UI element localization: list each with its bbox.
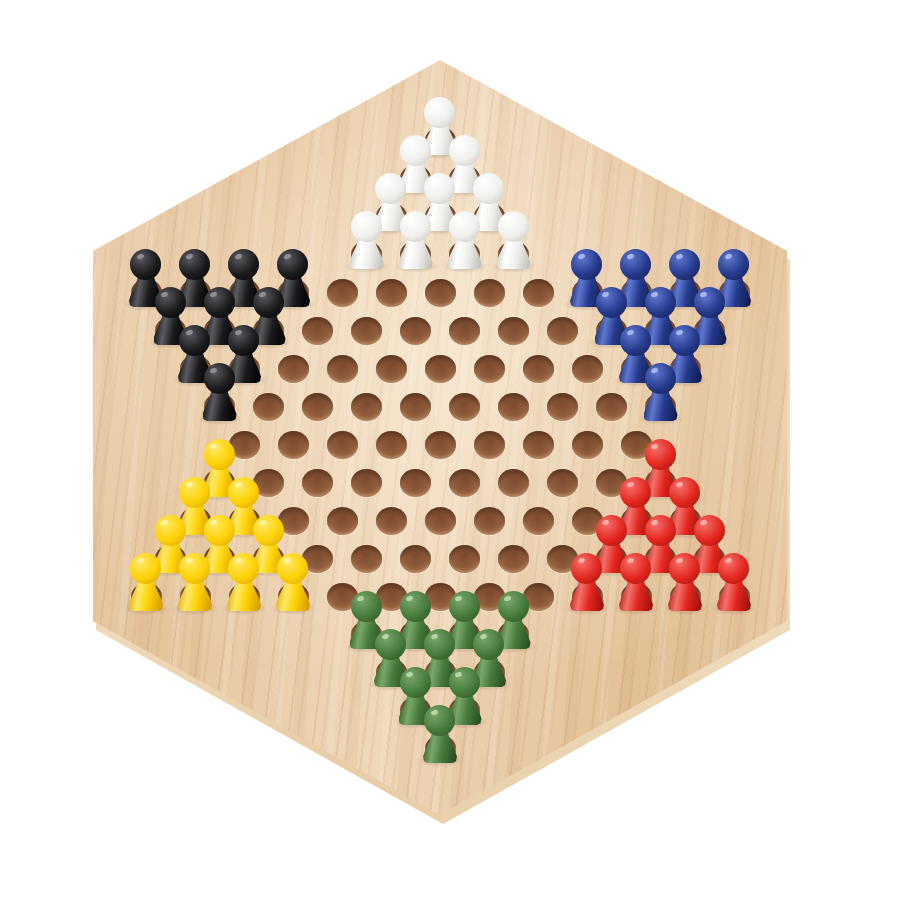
peg-head xyxy=(473,629,504,660)
board-hole[interactable] xyxy=(547,317,578,345)
peg-head xyxy=(179,477,210,508)
peg-red[interactable] xyxy=(716,553,752,611)
peg-white[interactable] xyxy=(398,211,434,269)
board-hole[interactable] xyxy=(498,545,529,573)
board-hole[interactable] xyxy=(302,469,333,497)
board-hole[interactable] xyxy=(400,469,431,497)
board-hole[interactable] xyxy=(400,317,431,345)
board-hole[interactable] xyxy=(376,279,407,307)
board-hole[interactable] xyxy=(253,393,284,421)
board-hole[interactable] xyxy=(351,469,382,497)
peg-head xyxy=(400,211,431,242)
peg-head xyxy=(424,97,455,128)
peg-head xyxy=(155,287,186,318)
board-hole[interactable] xyxy=(302,393,333,421)
peg-head xyxy=(424,629,455,660)
board-hole[interactable] xyxy=(376,507,407,535)
peg-head xyxy=(228,249,259,280)
board-hole[interactable] xyxy=(278,431,309,459)
board-hole[interactable] xyxy=(498,469,529,497)
board-hole[interactable] xyxy=(400,545,431,573)
peg-head xyxy=(400,591,431,622)
peg-head xyxy=(179,553,210,584)
peg-head xyxy=(351,211,382,242)
board-hole[interactable] xyxy=(400,393,431,421)
board-hole[interactable] xyxy=(547,393,578,421)
peg-head xyxy=(204,439,235,470)
peg-head xyxy=(449,211,480,242)
board-hole[interactable] xyxy=(596,393,627,421)
board-hole[interactable] xyxy=(523,355,554,383)
peg-head xyxy=(669,325,700,356)
peg-head xyxy=(498,591,529,622)
board-hole[interactable] xyxy=(327,507,358,535)
board-hole[interactable] xyxy=(302,317,333,345)
peg-head xyxy=(130,249,161,280)
board-hole[interactable] xyxy=(278,355,309,383)
board-hole[interactable] xyxy=(327,431,358,459)
board-hole[interactable] xyxy=(376,355,407,383)
peg-head xyxy=(449,667,480,698)
board-hole[interactable] xyxy=(474,507,505,535)
peg-red[interactable] xyxy=(618,553,654,611)
board-hole[interactable] xyxy=(449,545,480,573)
board-hole[interactable] xyxy=(523,431,554,459)
peg-head xyxy=(694,287,725,318)
peg-head xyxy=(620,325,651,356)
board-hole[interactable] xyxy=(572,355,603,383)
peg-head xyxy=(179,249,210,280)
peg-head xyxy=(645,363,676,394)
board-hole[interactable] xyxy=(425,431,456,459)
peg-head xyxy=(645,287,676,318)
board-hole[interactable] xyxy=(449,317,480,345)
peg-head xyxy=(253,287,284,318)
board-hole[interactable] xyxy=(425,507,456,535)
peg-head xyxy=(204,287,235,318)
peg-head xyxy=(375,173,406,204)
board-hole[interactable] xyxy=(351,393,382,421)
peg-head xyxy=(228,477,259,508)
peg-head xyxy=(351,591,382,622)
board-hole[interactable] xyxy=(474,355,505,383)
board-hole[interactable] xyxy=(327,279,358,307)
peg-head xyxy=(669,477,700,508)
peg-yellow[interactable] xyxy=(275,553,311,611)
peg-green[interactable] xyxy=(422,705,458,763)
peg-head xyxy=(620,249,651,280)
peg-head xyxy=(424,173,455,204)
peg-head xyxy=(228,553,259,584)
peg-head xyxy=(204,363,235,394)
board-hole[interactable] xyxy=(327,355,358,383)
peg-head xyxy=(694,515,725,546)
peg-head xyxy=(669,249,700,280)
board-hole[interactable] xyxy=(425,279,456,307)
peg-head xyxy=(277,249,308,280)
board-hole[interactable] xyxy=(498,317,529,345)
board-hole[interactable] xyxy=(523,507,554,535)
board-hole[interactable] xyxy=(449,393,480,421)
peg-head xyxy=(596,515,627,546)
peg-head xyxy=(596,287,627,318)
peg-white[interactable] xyxy=(349,211,385,269)
peg-head xyxy=(645,515,676,546)
board-hole[interactable] xyxy=(572,431,603,459)
board-hole[interactable] xyxy=(376,431,407,459)
peg-head xyxy=(669,553,700,584)
peg-red[interactable] xyxy=(569,553,605,611)
peg-head xyxy=(400,135,431,166)
peg-yellow[interactable] xyxy=(226,553,262,611)
board-hole[interactable] xyxy=(351,545,382,573)
peg-white[interactable] xyxy=(496,211,532,269)
peg-head xyxy=(620,553,651,584)
peg-head xyxy=(718,249,749,280)
peg-yellow[interactable] xyxy=(177,553,213,611)
peg-head xyxy=(155,515,186,546)
peg-head xyxy=(645,439,676,470)
board-hole[interactable] xyxy=(498,393,529,421)
peg-head xyxy=(718,553,749,584)
peg-head xyxy=(375,629,406,660)
peg-head xyxy=(400,667,431,698)
peg-yellow[interactable] xyxy=(128,553,164,611)
peg-head xyxy=(253,515,284,546)
peg-head xyxy=(277,553,308,584)
peg-head xyxy=(179,325,210,356)
peg-red[interactable] xyxy=(667,553,703,611)
board-hole[interactable] xyxy=(474,279,505,307)
peg-white[interactable] xyxy=(447,211,483,269)
peg-blue[interactable] xyxy=(643,363,679,421)
board-hole[interactable] xyxy=(449,469,480,497)
peg-head xyxy=(498,211,529,242)
peg-head xyxy=(449,135,480,166)
peg-head xyxy=(204,515,235,546)
board-hole[interactable] xyxy=(425,355,456,383)
peg-head xyxy=(130,553,161,584)
product-photo-background xyxy=(0,0,900,900)
peg-head xyxy=(473,173,504,204)
board-hole[interactable] xyxy=(351,317,382,345)
peg-head xyxy=(571,553,602,584)
board-hole[interactable] xyxy=(523,279,554,307)
peg-black[interactable] xyxy=(202,363,238,421)
peg-head xyxy=(620,477,651,508)
hexagonal-wooden-board xyxy=(0,0,900,900)
peg-head xyxy=(571,249,602,280)
board-hole[interactable] xyxy=(474,431,505,459)
peg-head xyxy=(424,705,455,736)
board-hole[interactable] xyxy=(547,469,578,497)
peg-head xyxy=(449,591,480,622)
peg-head xyxy=(228,325,259,356)
